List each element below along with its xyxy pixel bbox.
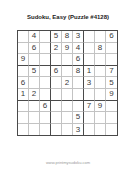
cell-r9c3[interactable] [40,124,51,136]
cell-r4c5[interactable] [62,66,73,78]
cell-r2c8[interactable]: 8 [95,43,106,55]
cell-r4c8[interactable] [95,66,106,78]
cell-r1c2[interactable]: 4 [29,31,40,43]
cell-r3c1[interactable]: 9 [18,54,29,66]
cell-r7c7[interactable]: 7 [84,101,95,113]
cell-r5c5[interactable]: 2 [62,77,73,89]
cell-r7c3[interactable]: 6 [40,101,51,113]
cell-r3c7[interactable] [84,54,95,66]
cell-r8c4[interactable] [51,112,62,124]
cell-r1c9[interactable]: 6 [106,31,117,43]
footer-url: www.printmysudoku.com [0,160,136,165]
cell-r9c7[interactable] [84,124,95,136]
cell-r4c9[interactable]: 7 [106,66,117,78]
cell-r5c6[interactable] [73,77,84,89]
cell-r1c6[interactable]: 3 [73,31,84,43]
cell-r7c5[interactable] [62,101,73,113]
cell-r8c1[interactable] [18,112,29,124]
cell-r4c2[interactable]: 5 [29,66,40,78]
cell-r8c2[interactable] [29,112,40,124]
cell-r3c8[interactable] [95,54,106,66]
cell-r3c6[interactable]: 6 [73,54,84,66]
cell-r4c3[interactable] [40,66,51,78]
cell-r9c2[interactable] [29,124,40,136]
cell-r4c7[interactable]: 1 [84,66,95,78]
cell-r8c6[interactable]: 5 [73,112,84,124]
cell-r1c7[interactable] [84,31,95,43]
cell-r6c3[interactable] [40,89,51,101]
cell-r6c5[interactable] [62,89,73,101]
cell-r3c3[interactable] [40,54,51,66]
cell-r7c8[interactable]: 9 [95,101,106,113]
cell-r6c2[interactable]: 2 [29,89,40,101]
cell-r5c8[interactable] [95,77,106,89]
cell-r9c1[interactable] [18,124,29,136]
cell-r5c9[interactable]: 5 [106,77,117,89]
cell-r2c5[interactable]: 9 [62,43,73,55]
cell-r2c2[interactable]: 6 [29,43,40,55]
cell-r1c4[interactable]: 5 [51,31,62,43]
cell-r6c8[interactable] [95,89,106,101]
cell-r1c3[interactable] [40,31,51,43]
cell-r8c7[interactable] [84,112,95,124]
cell-r1c1[interactable] [18,31,29,43]
cell-r6c1[interactable]: 1 [18,89,29,101]
cell-r5c3[interactable] [40,77,51,89]
puzzle-title: Sudoku, Easy (Puzzle #4128) [0,14,136,20]
cell-r2c7[interactable] [84,43,95,55]
cell-r2c1[interactable] [18,43,29,55]
cell-r9c8[interactable] [95,124,106,136]
cell-r2c6[interactable]: 4 [73,43,84,55]
cell-r9c5[interactable] [62,124,73,136]
cell-r2c3[interactable] [40,43,51,55]
cell-r5c2[interactable] [29,77,40,89]
cell-r1c8[interactable] [95,31,106,43]
cell-r6c7[interactable] [84,89,95,101]
cell-r6c4[interactable] [51,89,62,101]
cell-r6c9[interactable]: 9 [106,89,117,101]
cell-r8c3[interactable] [40,112,51,124]
cell-r7c2[interactable] [29,101,40,113]
cell-r8c9[interactable] [106,112,117,124]
cell-r5c1[interactable]: 6 [18,77,29,89]
cell-r7c6[interactable] [73,101,84,113]
cell-r2c9[interactable] [106,43,117,55]
cell-r4c4[interactable]: 6 [51,66,62,78]
cell-r6c6[interactable] [73,89,84,101]
cell-r8c8[interactable] [95,112,106,124]
cell-r5c7[interactable]: 3 [84,77,95,89]
cell-r7c9[interactable] [106,101,117,113]
cell-r7c1[interactable] [18,101,29,113]
cell-r3c2[interactable] [29,54,40,66]
cell-r3c9[interactable] [106,54,117,66]
sudoku-board: 45836629489656817623512967953 [17,30,118,136]
cell-r2c4[interactable]: 2 [51,43,62,55]
cell-r3c5[interactable] [62,54,73,66]
cell-r4c1[interactable] [18,66,29,78]
cell-r5c4[interactable] [51,77,62,89]
cell-r7c4[interactable] [51,101,62,113]
cell-r3c4[interactable] [51,54,62,66]
cell-r9c6[interactable]: 3 [73,124,84,136]
cell-r9c9[interactable] [106,124,117,136]
cell-r1c5[interactable]: 8 [62,31,73,43]
cell-r4c6[interactable]: 8 [73,66,84,78]
cell-r9c4[interactable] [51,124,62,136]
cell-r8c5[interactable] [62,112,73,124]
